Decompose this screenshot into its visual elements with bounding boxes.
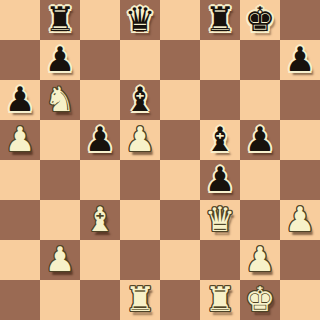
square-c6[interactable] bbox=[80, 80, 120, 120]
square-d4[interactable] bbox=[120, 160, 160, 200]
square-a4[interactable] bbox=[0, 160, 40, 200]
square-g4[interactable] bbox=[240, 160, 280, 200]
square-h8[interactable] bbox=[280, 0, 320, 40]
square-h3[interactable]: ♟ bbox=[280, 200, 320, 240]
chess-board: ♜♛♜♚♟♟♟♞♝♟♟♟♝♟♟♝♛♟♟♟♜♜♚ bbox=[0, 0, 320, 320]
square-d7[interactable] bbox=[120, 40, 160, 80]
square-e6[interactable] bbox=[160, 80, 200, 120]
square-e7[interactable] bbox=[160, 40, 200, 80]
square-g2[interactable]: ♟ bbox=[240, 240, 280, 280]
black-pawn[interactable]: ♟ bbox=[285, 39, 315, 79]
white-pawn[interactable]: ♟ bbox=[245, 239, 275, 279]
square-b8[interactable]: ♜ bbox=[40, 0, 80, 40]
white-king[interactable]: ♚ bbox=[245, 279, 275, 319]
square-c2[interactable] bbox=[80, 240, 120, 280]
square-b2[interactable]: ♟ bbox=[40, 240, 80, 280]
square-e5[interactable] bbox=[160, 120, 200, 160]
square-a1[interactable] bbox=[0, 280, 40, 320]
square-c1[interactable] bbox=[80, 280, 120, 320]
square-g8[interactable]: ♚ bbox=[240, 0, 280, 40]
square-c3[interactable]: ♝ bbox=[80, 200, 120, 240]
square-g1[interactable]: ♚ bbox=[240, 280, 280, 320]
black-rook[interactable]: ♜ bbox=[45, 0, 75, 39]
white-bishop[interactable]: ♝ bbox=[85, 199, 115, 239]
white-pawn[interactable]: ♟ bbox=[45, 239, 75, 279]
square-f2[interactable] bbox=[200, 240, 240, 280]
square-d6[interactable]: ♝ bbox=[120, 80, 160, 120]
square-h4[interactable] bbox=[280, 160, 320, 200]
black-rook[interactable]: ♜ bbox=[205, 0, 235, 39]
square-e2[interactable] bbox=[160, 240, 200, 280]
square-b4[interactable] bbox=[40, 160, 80, 200]
square-h1[interactable] bbox=[280, 280, 320, 320]
square-f1[interactable]: ♜ bbox=[200, 280, 240, 320]
black-pawn[interactable]: ♟ bbox=[245, 119, 275, 159]
square-g7[interactable] bbox=[240, 40, 280, 80]
square-f6[interactable] bbox=[200, 80, 240, 120]
square-a6[interactable]: ♟ bbox=[0, 80, 40, 120]
square-c4[interactable] bbox=[80, 160, 120, 200]
square-g5[interactable]: ♟ bbox=[240, 120, 280, 160]
black-pawn[interactable]: ♟ bbox=[45, 39, 75, 79]
square-b1[interactable] bbox=[40, 280, 80, 320]
black-bishop[interactable]: ♝ bbox=[205, 119, 235, 159]
square-a7[interactable] bbox=[0, 40, 40, 80]
square-a2[interactable] bbox=[0, 240, 40, 280]
square-d5[interactable]: ♟ bbox=[120, 120, 160, 160]
square-d2[interactable] bbox=[120, 240, 160, 280]
black-pawn[interactable]: ♟ bbox=[85, 119, 115, 159]
square-a8[interactable] bbox=[0, 0, 40, 40]
square-a5[interactable]: ♟ bbox=[0, 120, 40, 160]
black-king[interactable]: ♚ bbox=[245, 0, 275, 39]
square-e1[interactable] bbox=[160, 280, 200, 320]
square-d1[interactable]: ♜ bbox=[120, 280, 160, 320]
square-f7[interactable] bbox=[200, 40, 240, 80]
square-f5[interactable]: ♝ bbox=[200, 120, 240, 160]
square-b3[interactable] bbox=[40, 200, 80, 240]
white-pawn[interactable]: ♟ bbox=[285, 199, 315, 239]
white-rook[interactable]: ♜ bbox=[205, 279, 235, 319]
square-h5[interactable] bbox=[280, 120, 320, 160]
white-queen[interactable]: ♛ bbox=[205, 199, 235, 239]
square-g6[interactable] bbox=[240, 80, 280, 120]
black-queen[interactable]: ♛ bbox=[125, 0, 155, 39]
white-pawn[interactable]: ♟ bbox=[125, 119, 155, 159]
black-pawn[interactable]: ♟ bbox=[5, 79, 35, 119]
square-a3[interactable] bbox=[0, 200, 40, 240]
square-e3[interactable] bbox=[160, 200, 200, 240]
square-e4[interactable] bbox=[160, 160, 200, 200]
white-rook[interactable]: ♜ bbox=[125, 279, 155, 319]
black-bishop[interactable]: ♝ bbox=[125, 79, 155, 119]
square-e8[interactable] bbox=[160, 0, 200, 40]
square-d8[interactable]: ♛ bbox=[120, 0, 160, 40]
square-f8[interactable]: ♜ bbox=[200, 0, 240, 40]
white-knight[interactable]: ♞ bbox=[45, 79, 75, 119]
square-c5[interactable]: ♟ bbox=[80, 120, 120, 160]
square-h2[interactable] bbox=[280, 240, 320, 280]
square-c8[interactable] bbox=[80, 0, 120, 40]
square-f4[interactable]: ♟ bbox=[200, 160, 240, 200]
square-b7[interactable]: ♟ bbox=[40, 40, 80, 80]
square-c7[interactable] bbox=[80, 40, 120, 80]
black-pawn[interactable]: ♟ bbox=[205, 159, 235, 199]
square-d3[interactable] bbox=[120, 200, 160, 240]
square-g3[interactable] bbox=[240, 200, 280, 240]
square-h7[interactable]: ♟ bbox=[280, 40, 320, 80]
square-f3[interactable]: ♛ bbox=[200, 200, 240, 240]
square-b5[interactable] bbox=[40, 120, 80, 160]
square-h6[interactable] bbox=[280, 80, 320, 120]
square-b6[interactable]: ♞ bbox=[40, 80, 80, 120]
white-pawn[interactable]: ♟ bbox=[5, 119, 35, 159]
